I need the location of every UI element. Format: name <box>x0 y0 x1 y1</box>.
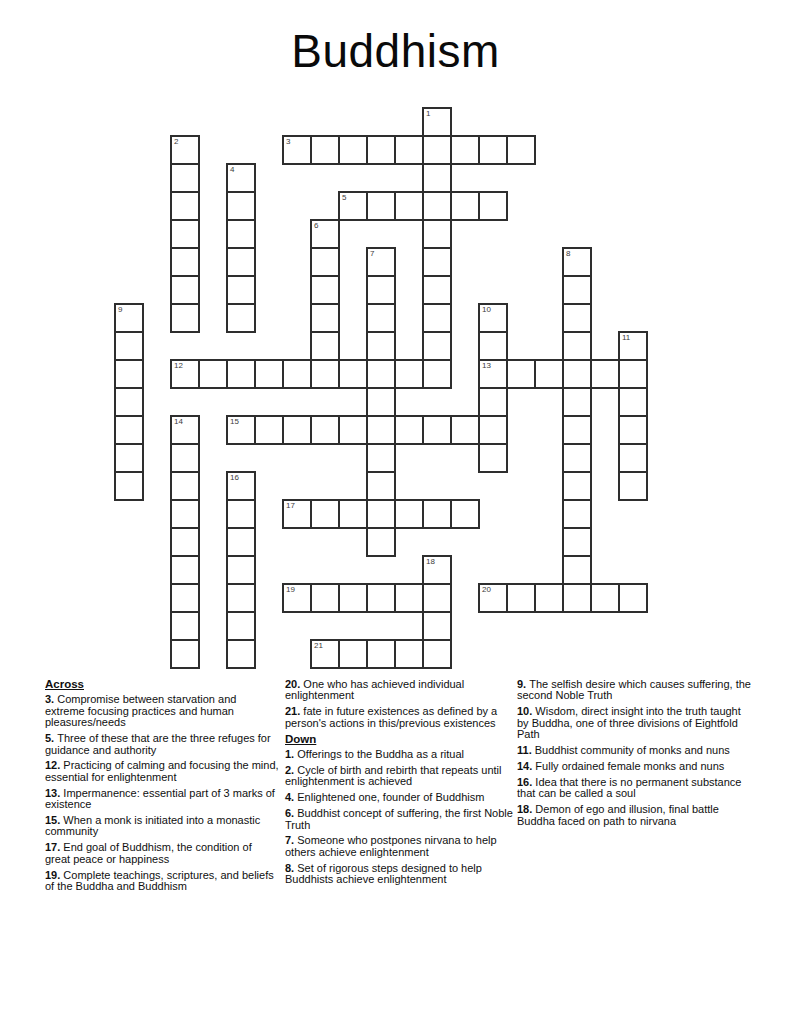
grid-cell[interactable] <box>590 359 620 389</box>
grid-cell[interactable]: 6 <box>310 219 340 249</box>
clue-number: 13. <box>45 787 63 799</box>
grid-cell[interactable] <box>506 359 536 389</box>
cell-number: 17 <box>286 501 295 510</box>
cell-number: 4 <box>230 165 234 174</box>
clue-text: Wisdom, direct insight into the truth ta… <box>517 705 741 740</box>
grid-cell[interactable]: 12 <box>170 359 200 389</box>
grid-cell[interactable] <box>562 359 592 389</box>
grid-cell[interactable] <box>366 583 396 613</box>
grid-cell[interactable] <box>170 583 200 613</box>
grid-cell[interactable] <box>562 471 592 501</box>
clue-text: Cycle of birth and rebirth that repeats … <box>285 764 501 787</box>
grid-cell[interactable] <box>394 583 424 613</box>
clue-text: One who has achieved individual enlighte… <box>285 678 464 701</box>
grid-cell[interactable] <box>170 191 200 221</box>
grid-cell[interactable] <box>114 471 144 501</box>
clue-across-17: 17. End goal of Buddhism, the condition … <box>45 842 279 865</box>
clue-text: Three of these that are the three refuge… <box>45 732 271 755</box>
clue-down-1: 1. Offerings to the Buddha as a ritual <box>285 749 519 760</box>
clue-number: 18. <box>517 803 535 815</box>
clue-column-2: 20. One who has achieved individual enli… <box>285 679 519 890</box>
grid-cell[interactable] <box>170 639 200 669</box>
cell-number: 9 <box>118 305 122 314</box>
cell-number: 3 <box>286 137 290 146</box>
grid-cell[interactable] <box>366 527 396 557</box>
clue-number: 21. <box>285 705 303 717</box>
grid-cell[interactable] <box>366 359 396 389</box>
grid-cell[interactable] <box>226 527 256 557</box>
clue-text: The selfish desire which causes sufferin… <box>517 678 751 701</box>
clue-across-15: 15. When a monk is initiated into a mona… <box>45 815 279 838</box>
grid-cell[interactable] <box>338 639 368 669</box>
grid-cell[interactable] <box>618 471 648 501</box>
clue-down-9: 9. The selfish desire which causes suffe… <box>517 679 751 702</box>
grid-cell[interactable] <box>114 387 144 417</box>
grid-cell[interactable] <box>338 415 368 445</box>
grid-cell[interactable] <box>366 387 396 417</box>
grid-cell[interactable] <box>114 415 144 445</box>
cell-number: 20 <box>482 585 491 594</box>
grid-cell[interactable] <box>170 443 200 473</box>
clue-number: 12. <box>45 759 63 771</box>
clue-number: 20. <box>285 678 303 690</box>
grid-cell[interactable] <box>394 191 424 221</box>
grid-cell[interactable]: 15 <box>226 415 256 445</box>
grid-cell[interactable] <box>422 415 452 445</box>
grid-cell[interactable] <box>478 331 508 361</box>
grid-cell[interactable] <box>170 163 200 193</box>
grid-cell[interactable] <box>226 275 256 305</box>
grid-cell[interactable] <box>562 415 592 445</box>
grid-cell[interactable] <box>450 135 480 165</box>
grid-cell[interactable] <box>366 191 396 221</box>
clue-number: 10. <box>517 705 535 717</box>
cell-number: 13 <box>482 361 491 370</box>
grid-cell[interactable] <box>422 303 452 333</box>
grid-cell[interactable]: 16 <box>226 471 256 501</box>
clue-down-14: 14. Fully ordained female monks and nuns <box>517 761 751 772</box>
clue-text: Compromise between starvation and extrem… <box>45 693 236 728</box>
grid-cell[interactable] <box>170 275 200 305</box>
grid-cell[interactable] <box>226 191 256 221</box>
grid-cell[interactable] <box>562 555 592 585</box>
clue-text: Practicing of calming and focusing the m… <box>45 759 279 782</box>
grid-cell[interactable] <box>478 191 508 221</box>
grid-cell[interactable]: 9 <box>114 303 144 333</box>
grid-cell[interactable]: 10 <box>478 303 508 333</box>
clue-number: 2. <box>285 764 297 776</box>
grid-cell[interactable] <box>534 583 564 613</box>
grid-cell[interactable] <box>422 499 452 529</box>
grid-cell[interactable] <box>366 331 396 361</box>
grid-cell[interactable] <box>310 583 340 613</box>
grid-cell[interactable] <box>226 247 256 277</box>
grid-cell[interactable] <box>562 387 592 417</box>
grid-cell[interactable] <box>338 135 368 165</box>
grid-cell[interactable] <box>366 639 396 669</box>
cell-number: 14 <box>174 417 183 426</box>
grid-cell[interactable]: 1 <box>422 107 452 137</box>
grid-cell[interactable] <box>422 219 452 249</box>
grid-cell[interactable] <box>226 583 256 613</box>
clue-down-4: 4. Enlightened one, founder of Buddhism <box>285 792 519 803</box>
grid-cell[interactable] <box>422 191 452 221</box>
grid-cell[interactable]: 3 <box>282 135 312 165</box>
grid-cell[interactable] <box>170 219 200 249</box>
grid-cell[interactable] <box>562 303 592 333</box>
grid-cell[interactable] <box>618 583 648 613</box>
grid-cell[interactable] <box>422 247 452 277</box>
grid-cell[interactable] <box>562 275 592 305</box>
grid-cell[interactable] <box>282 359 312 389</box>
clue-number: 19. <box>45 869 63 881</box>
grid-cell[interactable] <box>198 359 228 389</box>
clue-number: 17. <box>45 841 63 853</box>
grid-cell[interactable] <box>506 583 536 613</box>
cell-number: 16 <box>230 473 239 482</box>
grid-cell[interactable]: 2 <box>170 135 200 165</box>
grid-cell[interactable] <box>170 527 200 557</box>
grid-cell[interactable] <box>170 555 200 585</box>
grid-cell[interactable] <box>590 583 620 613</box>
grid-cell[interactable] <box>226 555 256 585</box>
clue-across-3: 3. Compromise between starvation and ext… <box>45 694 279 728</box>
clue-number: 6. <box>285 807 297 819</box>
clue-text: fate in future existences as defined by … <box>285 705 497 728</box>
grid-cell[interactable] <box>450 415 480 445</box>
grid-cell[interactable]: 5 <box>338 191 368 221</box>
grid-cell[interactable] <box>394 135 424 165</box>
grid-cell[interactable] <box>422 359 452 389</box>
clue-text: Someone who postpones nirvana to help ot… <box>285 834 497 857</box>
cell-number: 10 <box>482 305 491 314</box>
clue-down-2: 2. Cycle of birth and rebirth that repea… <box>285 765 519 788</box>
grid-cell[interactable] <box>254 415 284 445</box>
grid-cell[interactable]: 11 <box>618 331 648 361</box>
grid-cell[interactable] <box>338 359 368 389</box>
clue-down-18: 18. Demon of ego and illusion, final bat… <box>517 804 751 827</box>
grid-cell[interactable]: 17 <box>282 499 312 529</box>
grid-cell[interactable] <box>366 471 396 501</box>
clue-column-3: 9. The selfish desire which causes suffe… <box>517 679 751 831</box>
grid-cell[interactable] <box>310 247 340 277</box>
grid-cell[interactable] <box>366 415 396 445</box>
clue-text: Buddhist community of monks and nuns <box>535 744 730 756</box>
grid-cell[interactable] <box>170 499 200 529</box>
grid-cell[interactable] <box>310 415 340 445</box>
clue-number: 14. <box>517 760 535 772</box>
grid-cell[interactable]: 19 <box>282 583 312 613</box>
clue-number: 11. <box>517 744 535 756</box>
clue-across-5: 5. Three of these that are the three ref… <box>45 733 279 756</box>
grid-cell[interactable] <box>394 499 424 529</box>
grid-cell[interactable] <box>422 639 452 669</box>
grid-cell[interactable] <box>562 583 592 613</box>
grid-cell[interactable] <box>170 611 200 641</box>
grid-cell[interactable] <box>170 247 200 277</box>
clue-down-7: 7. Someone who postpones nirvana to help… <box>285 835 519 858</box>
grid-cell[interactable] <box>422 583 452 613</box>
clue-number: 5. <box>45 732 57 744</box>
clue-across-20: 20. One who has achieved individual enli… <box>285 679 519 702</box>
clue-across-19: 19. Complete teachings, scriptures, and … <box>45 870 279 893</box>
grid-cell[interactable] <box>450 191 480 221</box>
grid-cell[interactable] <box>562 499 592 529</box>
clue-text: Offerings to the Buddha as a ritual <box>297 748 464 760</box>
grid-cell[interactable] <box>114 331 144 361</box>
grid-cell[interactable] <box>422 275 452 305</box>
grid-cell[interactable] <box>478 387 508 417</box>
grid-cell[interactable] <box>310 499 340 529</box>
grid-cell[interactable] <box>450 499 480 529</box>
clue-number: 16. <box>517 776 535 788</box>
grid-cell[interactable] <box>226 611 256 641</box>
grid-cell[interactable] <box>366 135 396 165</box>
clue-number: 9. <box>517 678 529 690</box>
clue-text: Enlightened one, founder of Buddhism <box>297 791 484 803</box>
grid-cell[interactable] <box>618 387 648 417</box>
cell-number: 15 <box>230 417 239 426</box>
grid-cell[interactable]: 7 <box>366 247 396 277</box>
cell-number: 6 <box>314 221 318 230</box>
clue-down-10: 10. Wisdom, direct insight into the trut… <box>517 706 751 740</box>
cell-number: 19 <box>286 585 295 594</box>
cell-number: 1 <box>426 109 430 118</box>
grid-cell[interactable] <box>114 443 144 473</box>
grid-cell[interactable] <box>310 331 340 361</box>
grid-cell[interactable] <box>366 275 396 305</box>
cell-number: 8 <box>566 249 570 258</box>
clue-text: Idea that there is no permanent substanc… <box>517 776 741 799</box>
across-header: Across <box>45 679 279 690</box>
cell-number: 18 <box>426 557 435 566</box>
clue-text: Complete teachings, scriptures, and beli… <box>45 869 274 892</box>
grid-cell[interactable]: 20 <box>478 583 508 613</box>
grid-cell[interactable] <box>366 443 396 473</box>
grid-cell[interactable] <box>506 135 536 165</box>
clue-down-6: 6. Buddhist concept of suffering, the fi… <box>285 808 519 831</box>
grid-cell[interactable] <box>254 359 284 389</box>
cell-number: 2 <box>174 137 178 146</box>
clue-across-12: 12. Practicing of calming and focusing t… <box>45 760 279 783</box>
grid-cell[interactable] <box>422 135 452 165</box>
grid-cell[interactable] <box>310 135 340 165</box>
grid-cell[interactable] <box>422 611 452 641</box>
clue-column-1: Across3. Compromise between starvation a… <box>45 679 279 897</box>
grid-cell[interactable] <box>170 471 200 501</box>
grid-cell[interactable] <box>310 303 340 333</box>
grid-cell[interactable]: 13 <box>478 359 508 389</box>
grid-cell[interactable] <box>310 359 340 389</box>
grid-cell[interactable] <box>478 443 508 473</box>
grid-cell[interactable]: 8 <box>562 247 592 277</box>
cell-number: 11 <box>622 333 630 342</box>
clue-down-16: 16. Idea that there is no permanent subs… <box>517 777 751 800</box>
clue-text: Set of rigorous steps designed to help B… <box>285 862 482 885</box>
grid-cell[interactable] <box>366 303 396 333</box>
grid-cell[interactable] <box>618 415 648 445</box>
grid-cell[interactable] <box>618 443 648 473</box>
grid-cell[interactable] <box>534 359 564 389</box>
grid-cell[interactable] <box>226 499 256 529</box>
grid-cell[interactable] <box>366 499 396 529</box>
grid-cell[interactable]: 4 <box>226 163 256 193</box>
clue-text: Impermanence: essential part of 3 marks … <box>45 787 275 810</box>
grid-cell[interactable] <box>226 639 256 669</box>
page: Buddhism 1234567891011121314151617181920… <box>0 0 791 1024</box>
grid-cell[interactable] <box>562 443 592 473</box>
clue-text: When a monk is initiated into a monastic… <box>45 814 260 837</box>
clue-number: 1. <box>285 748 297 760</box>
clue-down-11: 11. Buddhist community of monks and nuns <box>517 745 751 756</box>
clue-text: Buddhist concept of suffering, the first… <box>285 807 513 830</box>
grid-cell[interactable] <box>422 163 452 193</box>
grid-cell[interactable] <box>478 135 508 165</box>
grid-cell[interactable] <box>114 359 144 389</box>
clue-number: 8. <box>285 862 297 874</box>
grid-cell[interactable] <box>562 331 592 361</box>
clue-text: Fully ordained female monks and nuns <box>535 760 724 772</box>
puzzle-title: Buddhism <box>0 24 791 79</box>
grid-cell[interactable] <box>478 415 508 445</box>
grid-cell[interactable]: 14 <box>170 415 200 445</box>
down-header: Down <box>285 734 519 745</box>
cell-number: 21 <box>314 641 323 650</box>
grid-cell[interactable] <box>394 639 424 669</box>
clue-text: End goal of Buddhism, the condition of g… <box>45 841 252 864</box>
clue-number: 4. <box>285 791 297 803</box>
grid-cell[interactable] <box>422 331 452 361</box>
grid-cell[interactable] <box>394 415 424 445</box>
grid-cell[interactable] <box>618 359 648 389</box>
clue-number: 15. <box>45 814 63 826</box>
cell-number: 5 <box>342 193 346 202</box>
clue-down-8: 8. Set of rigorous steps designed to hel… <box>285 863 519 886</box>
grid-cell[interactable] <box>226 219 256 249</box>
clue-across-21: 21. fate in future existences as defined… <box>285 706 519 729</box>
grid-cell[interactable] <box>282 415 312 445</box>
clue-number: 3. <box>45 693 57 705</box>
cell-number: 7 <box>370 249 374 258</box>
grid-cell[interactable] <box>226 359 256 389</box>
grid-cell[interactable] <box>338 583 368 613</box>
grid-cell[interactable] <box>338 499 368 529</box>
grid-cell[interactable] <box>394 359 424 389</box>
grid-cell[interactable] <box>226 303 256 333</box>
grid-cell[interactable] <box>310 275 340 305</box>
grid-cell[interactable] <box>562 527 592 557</box>
grid-cell[interactable]: 18 <box>422 555 452 585</box>
clue-across-13: 13. Impermanence: essential part of 3 ma… <box>45 788 279 811</box>
grid-cell[interactable] <box>170 303 200 333</box>
clue-text: Demon of ego and illusion, final battle … <box>517 803 719 826</box>
cell-number: 12 <box>174 361 183 370</box>
grid-cell[interactable]: 21 <box>310 639 340 669</box>
clue-number: 7. <box>285 834 297 846</box>
